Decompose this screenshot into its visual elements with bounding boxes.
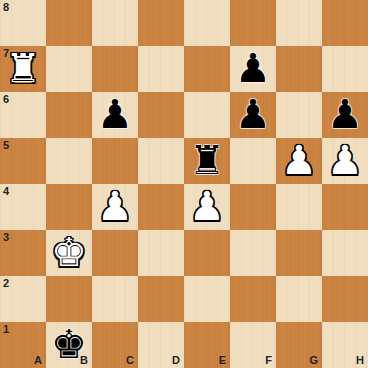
square-b6[interactable] [46, 92, 92, 138]
square-e4[interactable]: ♟ [184, 184, 230, 230]
chess-board: 87♜♟6♟♟♟5♜♟♟4♟♟3♚21AB♚CDEFGH [0, 0, 368, 368]
square-b1[interactable]: B♚ [46, 322, 92, 368]
square-f2[interactable] [230, 276, 276, 322]
rank-label: 5 [3, 140, 9, 151]
rank-label: 3 [3, 232, 9, 243]
square-a6[interactable]: 6 [0, 92, 46, 138]
square-h2[interactable] [322, 276, 368, 322]
rank-label: 8 [3, 2, 9, 13]
square-a8[interactable]: 8 [0, 0, 46, 46]
square-h3[interactable] [322, 230, 368, 276]
square-g1[interactable]: G [276, 322, 322, 368]
square-b5[interactable] [46, 138, 92, 184]
square-h8[interactable] [322, 0, 368, 46]
square-a7[interactable]: 7♜ [0, 46, 46, 92]
square-d4[interactable] [138, 184, 184, 230]
square-h7[interactable] [322, 46, 368, 92]
square-g7[interactable] [276, 46, 322, 92]
rank-label: 1 [3, 324, 9, 335]
square-g6[interactable] [276, 92, 322, 138]
square-b4[interactable] [46, 184, 92, 230]
rank-label: 6 [3, 94, 9, 105]
white-pawn[interactable]: ♟ [97, 184, 133, 229]
square-c1[interactable]: C [92, 322, 138, 368]
black-pawn[interactable]: ♟ [235, 92, 271, 137]
square-g8[interactable] [276, 0, 322, 46]
square-h6[interactable]: ♟ [322, 92, 368, 138]
white-pawn[interactable]: ♟ [281, 138, 317, 183]
file-label: E [219, 355, 226, 366]
square-d7[interactable] [138, 46, 184, 92]
black-pawn[interactable]: ♟ [235, 46, 271, 91]
square-c3[interactable] [92, 230, 138, 276]
square-a2[interactable]: 2 [0, 276, 46, 322]
black-rook[interactable]: ♜ [189, 138, 225, 183]
square-f8[interactable] [230, 0, 276, 46]
square-e3[interactable] [184, 230, 230, 276]
file-label: H [356, 355, 364, 366]
square-f4[interactable] [230, 184, 276, 230]
square-d1[interactable]: D [138, 322, 184, 368]
black-pawn[interactable]: ♟ [97, 92, 133, 137]
square-d2[interactable] [138, 276, 184, 322]
square-c8[interactable] [92, 0, 138, 46]
square-b8[interactable] [46, 0, 92, 46]
square-b3[interactable]: ♚ [46, 230, 92, 276]
square-e5[interactable]: ♜ [184, 138, 230, 184]
square-c2[interactable] [92, 276, 138, 322]
file-label: G [309, 355, 318, 366]
file-label: D [172, 355, 180, 366]
square-f3[interactable] [230, 230, 276, 276]
square-c5[interactable] [92, 138, 138, 184]
square-e7[interactable] [184, 46, 230, 92]
square-f7[interactable]: ♟ [230, 46, 276, 92]
file-label: F [265, 355, 272, 366]
black-king[interactable]: ♚ [51, 322, 87, 367]
square-b7[interactable] [46, 46, 92, 92]
square-f6[interactable]: ♟ [230, 92, 276, 138]
square-g5[interactable]: ♟ [276, 138, 322, 184]
square-h1[interactable]: H [322, 322, 368, 368]
square-f1[interactable]: F [230, 322, 276, 368]
square-a5[interactable]: 5 [0, 138, 46, 184]
square-e1[interactable]: E [184, 322, 230, 368]
square-f5[interactable] [230, 138, 276, 184]
square-d8[interactable] [138, 0, 184, 46]
square-a4[interactable]: 4 [0, 184, 46, 230]
file-label: A [34, 355, 42, 366]
square-g3[interactable] [276, 230, 322, 276]
rank-label: 4 [3, 186, 9, 197]
square-g2[interactable] [276, 276, 322, 322]
black-pawn[interactable]: ♟ [327, 92, 363, 137]
rank-label: 2 [3, 278, 9, 289]
white-pawn[interactable]: ♟ [189, 184, 225, 229]
square-h5[interactable]: ♟ [322, 138, 368, 184]
square-a1[interactable]: 1A [0, 322, 46, 368]
square-a3[interactable]: 3 [0, 230, 46, 276]
square-g4[interactable] [276, 184, 322, 230]
white-rook[interactable]: ♜ [5, 46, 41, 91]
square-e6[interactable] [184, 92, 230, 138]
square-d3[interactable] [138, 230, 184, 276]
white-king[interactable]: ♚ [51, 230, 87, 275]
square-d5[interactable] [138, 138, 184, 184]
square-h4[interactable] [322, 184, 368, 230]
square-c7[interactable] [92, 46, 138, 92]
file-label: C [126, 355, 134, 366]
square-d6[interactable] [138, 92, 184, 138]
square-e8[interactable] [184, 0, 230, 46]
square-b2[interactable] [46, 276, 92, 322]
square-c4[interactable]: ♟ [92, 184, 138, 230]
square-c6[interactable]: ♟ [92, 92, 138, 138]
square-e2[interactable] [184, 276, 230, 322]
white-pawn[interactable]: ♟ [327, 138, 363, 183]
